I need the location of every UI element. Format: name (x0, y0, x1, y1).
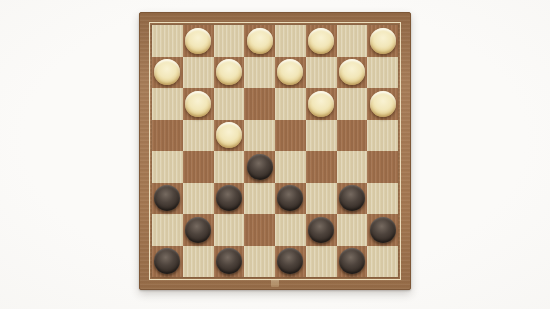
square-d3[interactable] (244, 183, 275, 215)
black-piece[interactable] (339, 248, 365, 274)
square-b5[interactable] (183, 120, 214, 152)
square-a3[interactable] (152, 183, 183, 215)
black-piece[interactable] (247, 154, 273, 180)
square-b2[interactable] (183, 214, 214, 246)
square-a1[interactable] (152, 246, 183, 278)
white-piece[interactable] (370, 91, 396, 117)
square-a5[interactable] (152, 120, 183, 152)
square-g4[interactable] (337, 151, 368, 183)
square-d8[interactable] (244, 25, 275, 57)
white-piece[interactable] (216, 59, 242, 85)
square-b3[interactable] (183, 183, 214, 215)
white-piece[interactable] (277, 59, 303, 85)
square-d7[interactable] (244, 57, 275, 89)
black-piece[interactable] (216, 185, 242, 211)
white-piece[interactable] (308, 91, 334, 117)
square-f8[interactable] (306, 25, 337, 57)
white-piece[interactable] (370, 28, 396, 54)
white-piece[interactable] (247, 28, 273, 54)
square-g6[interactable] (337, 88, 368, 120)
maker-mark-icon (271, 279, 279, 287)
black-piece[interactable] (185, 217, 211, 243)
square-h4[interactable] (367, 151, 398, 183)
square-e8[interactable] (275, 25, 306, 57)
square-c8[interactable] (214, 25, 245, 57)
square-d4[interactable] (244, 151, 275, 183)
white-piece[interactable] (154, 59, 180, 85)
square-c5[interactable] (214, 120, 245, 152)
square-f1[interactable] (306, 246, 337, 278)
photo-background (0, 0, 550, 309)
square-h5[interactable] (367, 120, 398, 152)
square-f6[interactable] (306, 88, 337, 120)
square-a8[interactable] (152, 25, 183, 57)
square-h1[interactable] (367, 246, 398, 278)
white-piece[interactable] (308, 28, 334, 54)
black-piece[interactable] (308, 217, 334, 243)
square-d5[interactable] (244, 120, 275, 152)
square-g5[interactable] (337, 120, 368, 152)
square-b8[interactable] (183, 25, 214, 57)
square-b7[interactable] (183, 57, 214, 89)
black-piece[interactable] (339, 185, 365, 211)
square-e6[interactable] (275, 88, 306, 120)
square-g3[interactable] (337, 183, 368, 215)
white-piece[interactable] (216, 122, 242, 148)
square-f5[interactable] (306, 120, 337, 152)
square-f7[interactable] (306, 57, 337, 89)
square-d2[interactable] (244, 214, 275, 246)
black-piece[interactable] (277, 185, 303, 211)
checkers-board (139, 12, 411, 290)
square-g2[interactable] (337, 214, 368, 246)
square-b1[interactable] (183, 246, 214, 278)
square-c6[interactable] (214, 88, 245, 120)
square-h2[interactable] (367, 214, 398, 246)
square-f3[interactable] (306, 183, 337, 215)
white-piece[interactable] (339, 59, 365, 85)
square-e7[interactable] (275, 57, 306, 89)
square-f4[interactable] (306, 151, 337, 183)
black-piece[interactable] (216, 248, 242, 274)
square-a6[interactable] (152, 88, 183, 120)
square-c7[interactable] (214, 57, 245, 89)
black-piece[interactable] (277, 248, 303, 274)
square-h7[interactable] (367, 57, 398, 89)
square-c4[interactable] (214, 151, 245, 183)
square-b4[interactable] (183, 151, 214, 183)
black-piece[interactable] (154, 248, 180, 274)
board-grid (152, 25, 398, 277)
square-e5[interactable] (275, 120, 306, 152)
square-h8[interactable] (367, 25, 398, 57)
square-a7[interactable] (152, 57, 183, 89)
square-e4[interactable] (275, 151, 306, 183)
square-e2[interactable] (275, 214, 306, 246)
square-h6[interactable] (367, 88, 398, 120)
square-h3[interactable] (367, 183, 398, 215)
black-piece[interactable] (154, 185, 180, 211)
square-g8[interactable] (337, 25, 368, 57)
square-d1[interactable] (244, 246, 275, 278)
square-g7[interactable] (337, 57, 368, 89)
square-c3[interactable] (214, 183, 245, 215)
square-a2[interactable] (152, 214, 183, 246)
square-d6[interactable] (244, 88, 275, 120)
square-e1[interactable] (275, 246, 306, 278)
black-piece[interactable] (370, 217, 396, 243)
square-c2[interactable] (214, 214, 245, 246)
square-a4[interactable] (152, 151, 183, 183)
white-piece[interactable] (185, 28, 211, 54)
square-f2[interactable] (306, 214, 337, 246)
square-b6[interactable] (183, 88, 214, 120)
square-g1[interactable] (337, 246, 368, 278)
square-c1[interactable] (214, 246, 245, 278)
white-piece[interactable] (185, 91, 211, 117)
square-e3[interactable] (275, 183, 306, 215)
